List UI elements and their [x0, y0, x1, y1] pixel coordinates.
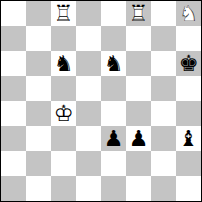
- square-c1[interactable]: [51, 176, 76, 201]
- square-d8[interactable]: [76, 1, 101, 26]
- square-h5[interactable]: [176, 76, 201, 101]
- black-pawn-piece: ♟: [126, 126, 151, 151]
- square-h3[interactable]: ♝: [176, 126, 201, 151]
- square-e6[interactable]: ♞: [101, 51, 126, 76]
- square-b7[interactable]: [26, 26, 51, 51]
- square-a4[interactable]: [1, 101, 26, 126]
- square-a1[interactable]: [1, 176, 26, 201]
- square-e5[interactable]: [101, 76, 126, 101]
- square-a6[interactable]: [1, 51, 26, 76]
- white-knight-fill: ♞: [176, 1, 201, 26]
- square-c4[interactable]: ♚♔: [51, 101, 76, 126]
- square-h2[interactable]: [176, 151, 201, 176]
- square-h7[interactable]: [176, 26, 201, 51]
- square-g5[interactable]: [151, 76, 176, 101]
- white-rook-fill: ♜: [126, 1, 151, 26]
- black-bishop-glyph: ♝: [176, 126, 201, 151]
- square-d4[interactable]: [76, 101, 101, 126]
- square-f2[interactable]: [126, 151, 151, 176]
- square-c5[interactable]: [51, 76, 76, 101]
- black-king-piece: ♚: [176, 51, 201, 76]
- black-pawn-piece: ♟: [101, 126, 126, 151]
- square-h1[interactable]: [176, 176, 201, 201]
- square-g8[interactable]: [151, 1, 176, 26]
- white-king-outline: ♔: [51, 101, 76, 126]
- square-f6[interactable]: [126, 51, 151, 76]
- white-rook-piece: ♜♖: [51, 1, 76, 26]
- square-g6[interactable]: [151, 51, 176, 76]
- white-rook-piece: ♜♖: [126, 1, 151, 26]
- square-b8[interactable]: [26, 1, 51, 26]
- square-g4[interactable]: [151, 101, 176, 126]
- square-c8[interactable]: ♜♖: [51, 1, 76, 26]
- square-b1[interactable]: [26, 176, 51, 201]
- square-d6[interactable]: [76, 51, 101, 76]
- square-d7[interactable]: [76, 26, 101, 51]
- square-e8[interactable]: [101, 1, 126, 26]
- square-e3[interactable]: ♟: [101, 126, 126, 151]
- square-c3[interactable]: [51, 126, 76, 151]
- square-f5[interactable]: [126, 76, 151, 101]
- square-e4[interactable]: [101, 101, 126, 126]
- square-d5[interactable]: [76, 76, 101, 101]
- square-c7[interactable]: [51, 26, 76, 51]
- square-g2[interactable]: [151, 151, 176, 176]
- square-e2[interactable]: [101, 151, 126, 176]
- square-e7[interactable]: [101, 26, 126, 51]
- square-c2[interactable]: [51, 151, 76, 176]
- black-king-glyph: ♚: [176, 51, 201, 76]
- chess-board: ♜♖♜♖♞♘♞♞♚♚♔♟♟♝: [0, 0, 202, 202]
- square-h8[interactable]: ♞♘: [176, 1, 201, 26]
- square-b3[interactable]: [26, 126, 51, 151]
- square-g1[interactable]: [151, 176, 176, 201]
- white-knight-piece: ♞♘: [176, 1, 201, 26]
- square-b6[interactable]: [26, 51, 51, 76]
- black-knight-glyph: ♞: [101, 51, 126, 76]
- white-knight-outline: ♘: [176, 1, 201, 26]
- square-a3[interactable]: [1, 126, 26, 151]
- square-d1[interactable]: [76, 176, 101, 201]
- square-a2[interactable]: [1, 151, 26, 176]
- square-b5[interactable]: [26, 76, 51, 101]
- square-f1[interactable]: [126, 176, 151, 201]
- white-king-fill: ♚: [51, 101, 76, 126]
- square-a7[interactable]: [1, 26, 26, 51]
- black-bishop-piece: ♝: [176, 126, 201, 151]
- white-rook-fill: ♜: [51, 1, 76, 26]
- black-knight-glyph: ♞: [51, 51, 76, 76]
- white-rook-outline: ♖: [51, 1, 76, 26]
- black-knight-piece: ♞: [51, 51, 76, 76]
- square-h6[interactable]: ♚: [176, 51, 201, 76]
- square-a5[interactable]: [1, 76, 26, 101]
- square-d3[interactable]: [76, 126, 101, 151]
- square-d2[interactable]: [76, 151, 101, 176]
- square-a8[interactable]: [1, 1, 26, 26]
- square-e1[interactable]: [101, 176, 126, 201]
- square-f8[interactable]: ♜♖: [126, 1, 151, 26]
- square-f3[interactable]: ♟: [126, 126, 151, 151]
- square-f4[interactable]: [126, 101, 151, 126]
- white-rook-outline: ♖: [126, 1, 151, 26]
- square-g7[interactable]: [151, 26, 176, 51]
- black-pawn-glyph: ♟: [126, 126, 151, 151]
- square-b4[interactable]: [26, 101, 51, 126]
- white-king-piece: ♚♔: [51, 101, 76, 126]
- square-c6[interactable]: ♞: [51, 51, 76, 76]
- black-pawn-glyph: ♟: [101, 126, 126, 151]
- black-knight-piece: ♞: [101, 51, 126, 76]
- square-g3[interactable]: [151, 126, 176, 151]
- square-f7[interactable]: [126, 26, 151, 51]
- square-h4[interactable]: [176, 101, 201, 126]
- square-b2[interactable]: [26, 151, 51, 176]
